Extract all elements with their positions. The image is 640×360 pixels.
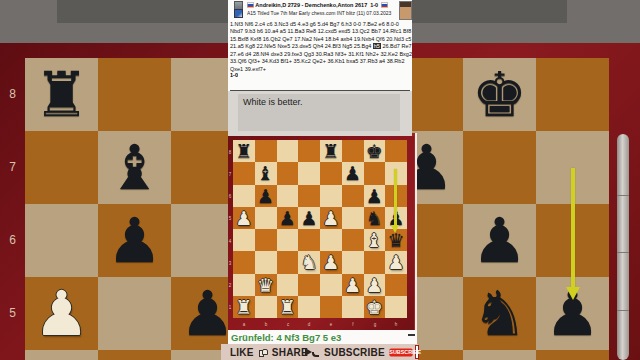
square-b5 xyxy=(255,207,277,229)
rank-label-1: 1 xyxy=(228,305,233,310)
subscribe-button[interactable]: SUBSCRIBE xyxy=(389,348,412,356)
square-a5: ♟ xyxy=(25,277,98,350)
white-knight-d3: ♞ xyxy=(301,251,318,273)
move-line: Nbd7 9.b3 b6 10.a4 a5 11.Ba3 Re8 12.cxd5… xyxy=(230,28,412,36)
square-g6: ♟ xyxy=(463,204,536,277)
white-pawn-e5: ♟ xyxy=(322,207,339,229)
square-b6: ♟ xyxy=(98,204,171,277)
square-b2: ♛ xyxy=(255,274,277,296)
file-label-g: g xyxy=(372,322,377,327)
file-label-f: f xyxy=(350,322,355,327)
square-g6: ♟ xyxy=(364,185,386,207)
evaluation-area: White is better. xyxy=(228,91,412,136)
white-pawn-a5: ♟ xyxy=(34,277,90,350)
black-pawn-b6: ♟ xyxy=(107,204,163,277)
square-g4: ♝ xyxy=(364,229,386,251)
square-h3: ♟ xyxy=(385,251,407,273)
square-a4 xyxy=(25,350,98,360)
square-d4 xyxy=(298,229,320,251)
bg-rank-label-5: 5 xyxy=(0,306,25,320)
square-g5: ♞ xyxy=(463,277,536,350)
phone-overlay: Andreikin,D 2729 - Demchenko,Anton 2617 … xyxy=(228,0,412,360)
square-g7 xyxy=(463,131,536,204)
like-button[interactable]: LIKE xyxy=(230,347,254,358)
bg-rank-label-6: 6 xyxy=(0,233,25,247)
square-e1 xyxy=(320,296,342,318)
square-d1 xyxy=(298,296,320,318)
square-f3 xyxy=(342,251,364,273)
black-flag-icon xyxy=(381,3,388,8)
black-knight-g5: ♞ xyxy=(472,277,528,350)
square-g3 xyxy=(364,251,386,273)
square-c1: ♜ xyxy=(277,296,299,318)
square-a4 xyxy=(233,229,255,251)
black-rook-a8: ♜ xyxy=(34,58,90,131)
rank-label-8: 8 xyxy=(228,149,233,154)
square-g1: ♚ xyxy=(364,296,386,318)
square-a3 xyxy=(233,251,255,273)
square-b5 xyxy=(98,277,171,350)
square-b7: ♝ xyxy=(98,131,171,204)
board-diagram-frame: ♜♜♚♝♟♟♟♟♟♟♟♞♟♝♛♞♟♟♛♟♟♜♜♚ 87654321 abcdef… xyxy=(228,136,414,330)
square-f4 xyxy=(342,229,364,251)
square-h8 xyxy=(385,140,407,162)
black-pawn-c5: ♟ xyxy=(180,277,236,350)
event-line: A15 Titled Tue 7th Mar Early chess.com I… xyxy=(247,10,391,16)
black-pawn-b6: ♟ xyxy=(257,185,274,207)
move-line: 1.Nf3 Nf6 2.c4 c6 3.Nc3 d5 4.e3 g6 5.d4 … xyxy=(230,20,412,28)
square-a6 xyxy=(25,204,98,277)
rank-label-5: 5 xyxy=(228,216,233,221)
result-text: 1-0 xyxy=(370,2,378,8)
square-d5: ♟ xyxy=(298,207,320,229)
square-e3: ♟ xyxy=(320,251,342,273)
square-d6 xyxy=(298,185,320,207)
rank-label-4: 4 xyxy=(228,238,233,243)
white-rook-a1: ♜ xyxy=(235,296,252,318)
bg-rank-label-8: 8 xyxy=(0,87,25,101)
chess-board[interactable]: ♜♜♚♝♟♟♟♟♟♟♟♞♟♝♛♞♟♟♛♟♟♜♜♚ xyxy=(233,140,407,318)
square-g8: ♚ xyxy=(364,140,386,162)
black-king-g8: ♚ xyxy=(472,58,528,131)
square-g5: ♞ xyxy=(364,207,386,229)
black-pawn-g6: ♟ xyxy=(472,204,528,277)
rank-label-3: 3 xyxy=(228,260,233,265)
black-knight-g5: ♞ xyxy=(366,207,383,229)
bg-rank-label-7: 7 xyxy=(0,160,25,174)
white-pawn-e3: ♟ xyxy=(322,251,339,273)
black-pawn-f7: ♟ xyxy=(344,162,361,184)
square-c8 xyxy=(277,140,299,162)
square-a7 xyxy=(25,131,98,204)
square-a8: ♜ xyxy=(233,140,255,162)
square-f5 xyxy=(342,207,364,229)
square-e6 xyxy=(320,185,342,207)
white-bishop-g4: ♝ xyxy=(472,350,528,360)
black-queen-h4: ♛ xyxy=(545,350,601,360)
move-arrow-head xyxy=(391,225,399,233)
square-g8: ♚ xyxy=(463,58,536,131)
white-pawn-a5: ♟ xyxy=(235,207,252,229)
white-pawn-f2: ♟ xyxy=(344,274,361,296)
square-d3: ♞ xyxy=(298,251,320,273)
rank-label-6: 6 xyxy=(228,194,233,199)
move-line: Qxe1 39.exf7+ xyxy=(230,65,412,73)
overlay-right-edge-highlight xyxy=(415,133,417,347)
database-icon xyxy=(234,9,243,18)
game-header: Andreikin,D 2729 - Demchenko,Anton 2617 … xyxy=(247,2,388,8)
square-f7: ♟ xyxy=(342,162,364,184)
square-e8: ♜ xyxy=(320,140,342,162)
game-result: 1-0 xyxy=(230,72,238,78)
file-label-b: b xyxy=(263,322,268,327)
opening-name: Grünfeld: 4 Nf3 Bg7 5 e3 xyxy=(231,331,341,344)
square-b6: ♟ xyxy=(255,185,277,207)
player-avatar xyxy=(399,1,412,20)
scrollbar-segment xyxy=(617,310,629,311)
file-label-a: a xyxy=(242,322,247,327)
rank-label-7: 7 xyxy=(228,171,233,176)
footer-bar: LIKE SHARE SUBSCRIBE SUBSCRIBE xyxy=(221,344,418,360)
share-button[interactable]: SHARE xyxy=(272,347,308,358)
scrollbar[interactable] xyxy=(617,134,629,360)
square-h8 xyxy=(536,58,609,131)
square-g2: ♟ xyxy=(364,274,386,296)
move-line: 27.e6 d4 28.Nf4 dxe3 29.fxe3 Qg3 30.Ra3 … xyxy=(230,50,412,58)
move-line: 21.a5 Kg8 22.Nfe5 Nxe5 23.dxe5 Qh4 24.Bf… xyxy=(230,43,412,51)
move-arrow-shaft xyxy=(394,169,397,225)
white-rook-c1: ♜ xyxy=(279,296,296,318)
black-rook-e8: ♜ xyxy=(322,140,339,162)
square-c6 xyxy=(277,185,299,207)
black-pawn-d5: ♟ xyxy=(301,207,318,229)
video-frame: { "game": "chess", "position": { "fen": … xyxy=(0,0,640,360)
square-d8 xyxy=(298,140,320,162)
notation-panel: Andreikin,D 2729 - Demchenko,Anton 2617 … xyxy=(228,0,412,91)
white-bishop-g4: ♝ xyxy=(366,229,383,251)
file-label-e: e xyxy=(329,322,334,327)
square-a5: ♟ xyxy=(233,207,255,229)
file-label-d: d xyxy=(307,322,312,327)
white-pawn-g2: ♟ xyxy=(366,274,383,296)
square-c4 xyxy=(277,229,299,251)
square-a2 xyxy=(233,274,255,296)
square-e7 xyxy=(320,162,342,184)
move-line: 15.Bxf8 Kxf8 16.Qb2 Qe7 17.Na2 Ne4 18.b4… xyxy=(230,35,412,43)
square-b7: ♝ xyxy=(255,162,277,184)
square-b8 xyxy=(98,58,171,131)
square-e4 xyxy=(320,229,342,251)
square-d7 xyxy=(298,162,320,184)
square-b8 xyxy=(255,140,277,162)
square-g4: ♝ xyxy=(463,350,536,360)
black-rook-a8: ♜ xyxy=(235,140,252,162)
square-f1 xyxy=(342,296,364,318)
file-label-h: h xyxy=(394,322,399,327)
black-king-g8: ♚ xyxy=(366,140,383,162)
evaluation-text: White is better. xyxy=(243,97,303,107)
square-e5: ♟ xyxy=(320,207,342,229)
square-a7 xyxy=(233,162,255,184)
black-bishop-b7: ♝ xyxy=(107,131,163,204)
square-d2 xyxy=(298,274,320,296)
opening-strip: Grünfeld: 4 Nf3 Bg7 5 e3 xyxy=(228,330,417,344)
move-line: 33.Qf6 Qf3+ 34.Kd3 Bf1+ 35.Kc2 Qe2+ 36.K… xyxy=(230,58,412,66)
subscribe-label: SUBSCRIBE xyxy=(324,347,385,358)
square-h4: ♛ xyxy=(536,350,609,360)
scrollbar-segment xyxy=(617,195,629,196)
square-c7 xyxy=(277,162,299,184)
background-move-arrow-head xyxy=(566,287,580,300)
square-b4 xyxy=(98,350,171,360)
square-h1 xyxy=(385,296,407,318)
square-b4 xyxy=(255,229,277,251)
background-move-arrow-shaft xyxy=(571,168,575,287)
black-pawn-c5: ♟ xyxy=(279,207,296,229)
rank-label-2: 2 xyxy=(228,283,233,288)
scrollbar-segment xyxy=(617,252,629,253)
square-f6 xyxy=(342,185,364,207)
square-a8: ♜ xyxy=(25,58,98,131)
white-flag-icon xyxy=(247,3,254,8)
square-h2 xyxy=(385,274,407,296)
file-label-c: c xyxy=(285,322,290,327)
square-b3 xyxy=(255,251,277,273)
minimize-dash-icon xyxy=(408,334,415,336)
square-g7 xyxy=(364,162,386,184)
current-move[interactable]: h5 xyxy=(373,43,381,49)
evaluation-box: White is better. xyxy=(238,94,400,131)
square-c3 xyxy=(277,251,299,273)
square-e2 xyxy=(320,274,342,296)
players-text: Andreikin,D 2729 - Demchenko,Anton 2617 xyxy=(255,2,367,8)
square-f8 xyxy=(342,140,364,162)
black-bishop-b7: ♝ xyxy=(257,162,274,184)
white-queen-b2: ♛ xyxy=(257,274,274,296)
square-b1 xyxy=(255,296,277,318)
white-king-g1: ♚ xyxy=(366,296,383,318)
black-pawn-g6: ♟ xyxy=(366,185,383,207)
square-a1: ♜ xyxy=(233,296,255,318)
square-f2: ♟ xyxy=(342,274,364,296)
square-c5: ♟ xyxy=(277,207,299,229)
square-c2 xyxy=(277,274,299,296)
white-pawn-h3: ♟ xyxy=(388,251,405,273)
square-a6 xyxy=(233,185,255,207)
